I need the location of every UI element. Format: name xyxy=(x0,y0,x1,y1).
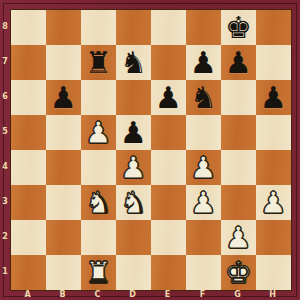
square-g3[interactable] xyxy=(221,185,256,220)
square-d5[interactable]: ♟ xyxy=(116,115,151,150)
white-king-g1[interactable]: ♚ xyxy=(225,255,252,290)
white-pawn-d4[interactable]: ♟ xyxy=(120,150,147,185)
file-label-e: E xyxy=(150,290,185,300)
square-a7[interactable] xyxy=(11,45,46,80)
square-e7[interactable] xyxy=(151,45,186,80)
white-pawn-c5[interactable]: ♟ xyxy=(85,115,112,150)
chess-board-frame: 87654321 ♚♜♞♟♟♟♟♞♟♟♟♟♟♞♞♟♟♟♜♚ ABCDEFGH xyxy=(0,0,300,300)
square-a3[interactable] xyxy=(11,185,46,220)
square-a6[interactable] xyxy=(11,80,46,115)
rank-label-5: 5 xyxy=(0,114,10,149)
white-rook-c1[interactable]: ♜ xyxy=(85,255,112,290)
square-d2[interactable] xyxy=(116,220,151,255)
square-b1[interactable] xyxy=(46,255,81,290)
square-b3[interactable] xyxy=(46,185,81,220)
file-label-a: A xyxy=(10,290,45,300)
square-c4[interactable] xyxy=(81,150,116,185)
rank-label-1: 1 xyxy=(0,254,10,289)
square-h7[interactable] xyxy=(256,45,291,80)
square-e4[interactable] xyxy=(151,150,186,185)
square-g4[interactable] xyxy=(221,150,256,185)
square-e6[interactable]: ♟ xyxy=(151,80,186,115)
chess-board[interactable]: ♚♜♞♟♟♟♟♞♟♟♟♟♟♞♞♟♟♟♜♚ xyxy=(10,9,292,291)
square-f4[interactable]: ♟ xyxy=(186,150,221,185)
square-c6[interactable] xyxy=(81,80,116,115)
square-b4[interactable] xyxy=(46,150,81,185)
square-d7[interactable]: ♞ xyxy=(116,45,151,80)
square-b7[interactable] xyxy=(46,45,81,80)
black-pawn-b6[interactable]: ♟ xyxy=(50,80,77,115)
square-a1[interactable] xyxy=(11,255,46,290)
square-f1[interactable] xyxy=(186,255,221,290)
white-knight-c3[interactable]: ♞ xyxy=(85,185,112,220)
square-d6[interactable] xyxy=(116,80,151,115)
white-pawn-f4[interactable]: ♟ xyxy=(190,150,217,185)
square-g5[interactable] xyxy=(221,115,256,150)
rank-label-7: 7 xyxy=(0,44,10,79)
file-label-g: G xyxy=(220,290,255,300)
rank-label-2: 2 xyxy=(0,219,10,254)
square-h1[interactable] xyxy=(256,255,291,290)
black-pawn-f7[interactable]: ♟ xyxy=(190,45,217,80)
square-c3[interactable]: ♞ xyxy=(81,185,116,220)
square-g6[interactable] xyxy=(221,80,256,115)
square-f7[interactable]: ♟ xyxy=(186,45,221,80)
square-h2[interactable] xyxy=(256,220,291,255)
square-d3[interactable]: ♞ xyxy=(116,185,151,220)
square-e5[interactable] xyxy=(151,115,186,150)
file-label-d: D xyxy=(115,290,150,300)
file-label-b: B xyxy=(45,290,80,300)
square-d1[interactable] xyxy=(116,255,151,290)
square-h6[interactable]: ♟ xyxy=(256,80,291,115)
square-a5[interactable] xyxy=(11,115,46,150)
file-label-c: C xyxy=(80,290,115,300)
square-e3[interactable] xyxy=(151,185,186,220)
square-e1[interactable] xyxy=(151,255,186,290)
square-d4[interactable]: ♟ xyxy=(116,150,151,185)
square-c1[interactable]: ♜ xyxy=(81,255,116,290)
rank-label-6: 6 xyxy=(0,79,10,114)
black-pawn-g7[interactable]: ♟ xyxy=(225,45,252,80)
square-h8[interactable] xyxy=(256,10,291,45)
square-c8[interactable] xyxy=(81,10,116,45)
square-g1[interactable]: ♚ xyxy=(221,255,256,290)
square-b8[interactable] xyxy=(46,10,81,45)
square-a8[interactable] xyxy=(11,10,46,45)
black-pawn-e6[interactable]: ♟ xyxy=(155,80,182,115)
square-f2[interactable] xyxy=(186,220,221,255)
square-h3[interactable]: ♟ xyxy=(256,185,291,220)
rank-label-8: 8 xyxy=(0,9,10,44)
file-label-h: H xyxy=(255,290,290,300)
black-knight-d7[interactable]: ♞ xyxy=(120,45,147,80)
file-label-f: F xyxy=(185,290,220,300)
white-pawn-h3[interactable]: ♟ xyxy=(260,185,287,220)
square-b5[interactable] xyxy=(46,115,81,150)
square-a2[interactable] xyxy=(11,220,46,255)
square-h5[interactable] xyxy=(256,115,291,150)
black-rook-c7[interactable]: ♜ xyxy=(85,45,112,80)
square-g7[interactable]: ♟ xyxy=(221,45,256,80)
black-pawn-h6[interactable]: ♟ xyxy=(260,80,287,115)
square-h4[interactable] xyxy=(256,150,291,185)
white-knight-d3[interactable]: ♞ xyxy=(120,185,147,220)
black-knight-f6[interactable]: ♞ xyxy=(190,80,217,115)
square-a4[interactable] xyxy=(11,150,46,185)
square-g2[interactable]: ♟ xyxy=(221,220,256,255)
black-king-g8[interactable]: ♚ xyxy=(225,10,252,45)
square-b2[interactable] xyxy=(46,220,81,255)
square-d8[interactable] xyxy=(116,10,151,45)
square-f5[interactable] xyxy=(186,115,221,150)
square-f6[interactable]: ♞ xyxy=(186,80,221,115)
rank-label-3: 3 xyxy=(0,184,10,219)
square-c5[interactable]: ♟ xyxy=(81,115,116,150)
rank-label-4: 4 xyxy=(0,149,10,184)
square-e2[interactable] xyxy=(151,220,186,255)
square-g8[interactable]: ♚ xyxy=(221,10,256,45)
square-b6[interactable]: ♟ xyxy=(46,80,81,115)
square-e8[interactable] xyxy=(151,10,186,45)
black-pawn-d5[interactable]: ♟ xyxy=(120,115,147,150)
white-pawn-f3[interactable]: ♟ xyxy=(190,185,217,220)
square-f3[interactable]: ♟ xyxy=(186,185,221,220)
white-pawn-g2[interactable]: ♟ xyxy=(225,220,252,255)
square-f8[interactable] xyxy=(186,10,221,45)
square-c2[interactable] xyxy=(81,220,116,255)
square-c7[interactable]: ♜ xyxy=(81,45,116,80)
